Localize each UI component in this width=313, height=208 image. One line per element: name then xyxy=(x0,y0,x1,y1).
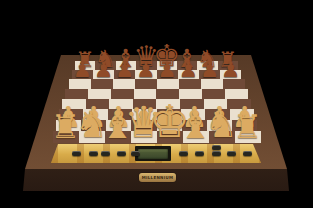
square-g5[interactable] xyxy=(202,89,225,99)
brand-plaque-label: MILLENNIUM xyxy=(142,176,174,180)
panel-button-10[interactable] xyxy=(227,151,236,156)
panel-button-2[interactable] xyxy=(89,151,98,156)
piece-black-pawn[interactable]: ♟ xyxy=(179,59,198,80)
square-a5[interactable] xyxy=(65,89,88,99)
piece-black-pawn[interactable]: ♟ xyxy=(73,59,92,80)
square-f7[interactable]: ♟ xyxy=(178,70,199,79)
panel-button-1[interactable] xyxy=(72,151,81,156)
panel-button-8[interactable] xyxy=(212,151,221,156)
square-c6[interactable] xyxy=(113,79,135,89)
piece-black-pawn[interactable]: ♟ xyxy=(200,59,219,80)
panel-button-5[interactable] xyxy=(131,151,140,156)
square-g7[interactable]: ♟ xyxy=(199,70,220,79)
piece-black-pawn[interactable]: ♟ xyxy=(158,59,177,80)
piece-black-pawn[interactable]: ♟ xyxy=(115,59,134,80)
lcd-display xyxy=(135,146,171,161)
square-b5[interactable] xyxy=(88,89,111,99)
brand-plaque: MILLENNIUM xyxy=(139,173,176,182)
panel-button-3[interactable] xyxy=(101,151,110,156)
square-e7[interactable]: ♟ xyxy=(157,70,178,79)
piece-black-pawn[interactable]: ♟ xyxy=(94,59,113,80)
square-e6[interactable] xyxy=(157,79,179,89)
square-a7[interactable]: ♟ xyxy=(72,70,93,79)
rank-1: ♜♞♝♛♚♝♞♜ xyxy=(53,131,261,143)
square-d7[interactable]: ♟ xyxy=(135,70,156,79)
square-g6[interactable] xyxy=(201,79,223,89)
square-d6[interactable] xyxy=(135,79,157,89)
chess-board: ♜♞♝♛♚♝♞♜♟♟♟♟♟♟♟♟♟♟♟♟♟♟♟♟♜♞♝♛♚♝♞♜ xyxy=(0,61,313,143)
panel-button-11[interactable] xyxy=(243,151,252,156)
rank-7: ♟♟♟♟♟♟♟♟ xyxy=(72,70,242,79)
rank-6 xyxy=(69,79,245,89)
square-c7[interactable]: ♟ xyxy=(114,70,135,79)
square-h6[interactable] xyxy=(223,79,245,89)
square-f6[interactable] xyxy=(179,79,201,89)
square-g1[interactable]: ♞ xyxy=(209,131,235,143)
square-b6[interactable] xyxy=(91,79,113,89)
panel-button-4[interactable] xyxy=(117,151,126,156)
chess-computer-scene: MILLENNIUM ♜♞♝♛♚♝♞♜♟♟♟♟♟♟♟♟♟♟♟♟♟♟♟♟♜♞♝♛♚… xyxy=(0,0,313,208)
square-h1[interactable]: ♜ xyxy=(235,131,261,143)
square-h5[interactable] xyxy=(225,89,248,99)
square-b7[interactable]: ♟ xyxy=(93,70,114,79)
panel-button-7[interactable] xyxy=(195,151,204,156)
square-h7[interactable]: ♟ xyxy=(220,70,241,79)
square-a6[interactable] xyxy=(69,79,91,89)
piece-white-rook[interactable]: ♜ xyxy=(233,111,262,144)
piece-black-pawn[interactable]: ♟ xyxy=(221,59,240,80)
panel-button-6[interactable] xyxy=(179,151,188,156)
piece-black-pawn[interactable]: ♟ xyxy=(136,59,155,80)
lcd-screen xyxy=(138,149,168,159)
